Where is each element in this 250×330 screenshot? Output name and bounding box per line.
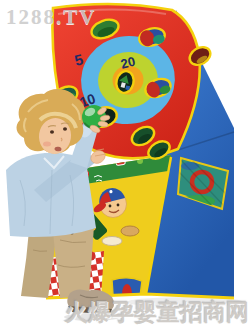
child-eye-left (50, 130, 54, 133)
child-eye-right (63, 127, 67, 130)
product-photo-scene: uck Shop 5 20 10 (0, 0, 250, 330)
child-cheek (43, 142, 51, 147)
candy-stick (116, 159, 126, 165)
watermark-bottom-right: 火爆孕婴童招商网 (65, 297, 249, 328)
watermark-top-left: 1288.TV (6, 5, 96, 30)
child-head (17, 89, 86, 156)
scene-drawing: uck Shop 5 20 10 (0, 0, 250, 330)
pie-graphic (121, 226, 139, 236)
plate-graphic (102, 237, 122, 246)
